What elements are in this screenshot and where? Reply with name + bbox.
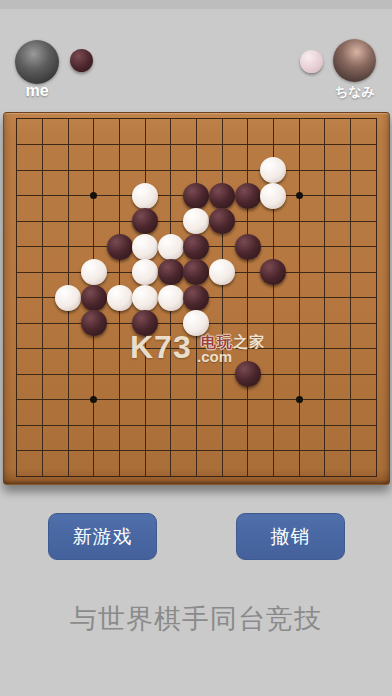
black-stone [235,234,261,260]
grid-line-h [17,374,376,375]
white-stone [107,285,133,311]
white-stone [81,259,107,285]
status-bar [0,0,392,9]
white-stone [132,234,158,260]
black-stone [183,183,209,209]
star-point [296,396,303,403]
white-stone [209,259,235,285]
grid-line-v [222,119,223,476]
grid-line-v [299,119,300,476]
watermark-site-name: 电玩之家 [201,333,265,352]
black-stone [183,234,209,260]
white-stone [158,285,184,311]
black-stone [209,208,235,234]
white-stone [132,285,158,311]
black-stone [158,259,184,285]
game-board[interactable] [3,112,390,485]
black-stone [132,208,158,234]
watermark-logo: K73 [130,329,192,366]
opponent-stone-color-icon [300,50,323,73]
white-stone [132,183,158,209]
star-point [296,192,303,199]
opponent-name-label: ちなみ [321,83,389,101]
white-stone [132,259,158,285]
grid-line-h [17,425,376,426]
black-stone [209,183,235,209]
black-stone [81,285,107,311]
promo-caption: 与世界棋手同台竞技 [0,601,392,637]
grid-line-h [17,399,376,400]
white-stone [158,234,184,260]
black-stone [235,183,261,209]
my-avatar [15,40,59,84]
my-name-label: me [10,82,64,100]
undo-button[interactable]: 撤销 [236,513,345,560]
grid-line-v [324,119,325,476]
grid-line-v [247,119,248,476]
grid-line-v [350,119,351,476]
grid-line-h [17,450,376,451]
my-stone-color-icon [70,49,93,72]
opponent-avatar [333,39,376,82]
white-stone [55,285,81,311]
black-stone [235,361,261,387]
new-game-button[interactable]: 新游戏 [48,513,157,560]
black-stone [183,285,209,311]
white-stone [260,183,286,209]
black-stone [107,234,133,260]
black-stone [81,310,107,336]
